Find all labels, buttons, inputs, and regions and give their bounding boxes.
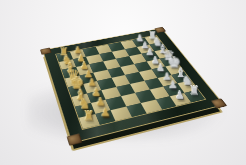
photo-stage: ♜♟♟♜♞♟♟♞♝♟♟♝♛♟♟♛♚♟♟♚♝♟♟♝♞♟♟♞♜♟♟♜ [0,0,246,165]
piece-gold-pawn: ♟ [100,107,110,118]
chessboard-scene: ♜♟♟♜♞♟♟♞♝♟♟♝♛♟♟♛♚♟♟♚♝♟♟♝♞♟♟♞♜♟♟♜ [0,0,246,165]
piece-silver-pawn: ♟ [175,90,185,101]
board-grid: ♜♟♟♜♞♟♟♞♝♟♟♝♛♟♟♛♚♟♟♚♝♟♟♝♞♟♟♞♜♟♟♜ [56,35,205,128]
piece-gold-rook: ♜ [83,109,95,122]
chessboard: ♜♟♟♜♞♟♟♞♝♟♟♝♛♟♟♛♚♟♟♚♝♟♟♝♞♟♟♞♜♟♟♜ [42,28,224,144]
square-h8: ♜ [184,89,205,102]
corner-cap-icon [211,98,228,108]
corner-cap-icon [40,48,52,55]
piece-silver-rook: ♜ [189,85,200,97]
